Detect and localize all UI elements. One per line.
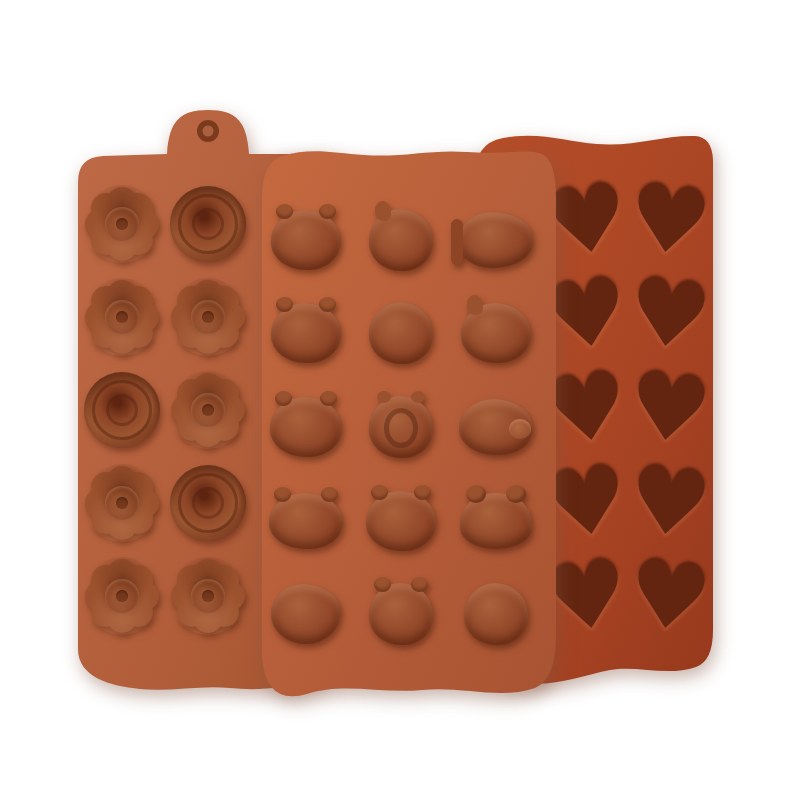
cavity-bear <box>353 567 448 661</box>
cavity-cow <box>258 474 353 568</box>
cavity-squirrel <box>448 287 543 381</box>
heart-mold-body <box>0 0 800 800</box>
cavity-chick <box>353 193 448 287</box>
cavity-panda <box>353 474 448 568</box>
cavity-heart: ♥ <box>628 550 710 644</box>
cavity-pigside <box>448 380 543 474</box>
cavity-turtle <box>258 567 353 661</box>
cavity-rocket <box>448 193 543 287</box>
cavity-ladybug <box>448 567 543 661</box>
animal-mold-body <box>0 0 800 800</box>
cavity-heart: ♥ <box>546 268 628 362</box>
cavity-daisy <box>79 270 165 363</box>
cavity-heart: ♥ <box>546 456 628 550</box>
cavity-daisy <box>79 456 165 549</box>
cavity-rose <box>165 177 251 270</box>
flower-mold-body <box>0 0 800 800</box>
cavity-daisy <box>165 549 251 642</box>
cavity-heart: ♥ <box>628 362 710 456</box>
cavity-heart: ♥ <box>628 174 710 268</box>
flower-mold-cavities <box>79 177 251 642</box>
heart-mold-cavities: ♥♥♥♥♥♥♥♥♥♥ <box>546 174 702 644</box>
hanging-hole <box>197 120 219 142</box>
cavity-daisy <box>79 177 165 270</box>
cavity-hippo <box>258 380 353 474</box>
cavity-daisy <box>79 549 165 642</box>
cavity-heart: ♥ <box>628 456 710 550</box>
product-photo: ♥♥♥♥♥♥♥♥♥♥ <box>0 0 800 800</box>
cavity-heart: ♥ <box>546 362 628 456</box>
animal-mold-cavities <box>258 193 543 661</box>
cavity-daisy <box>165 363 251 456</box>
cavity-heart: ♥ <box>546 550 628 644</box>
cavity-daisy <box>165 270 251 363</box>
cavity-rose <box>165 456 251 549</box>
cavity-rose <box>79 363 165 456</box>
cavity-pig <box>258 193 353 287</box>
cavity-rabbit <box>258 287 353 381</box>
cavity-hedgehog <box>353 287 448 381</box>
cavity-heart: ♥ <box>628 268 710 362</box>
cavity-heart: ♥ <box>546 174 628 268</box>
cavity-frog <box>448 474 543 568</box>
cavity-owl <box>353 380 448 474</box>
